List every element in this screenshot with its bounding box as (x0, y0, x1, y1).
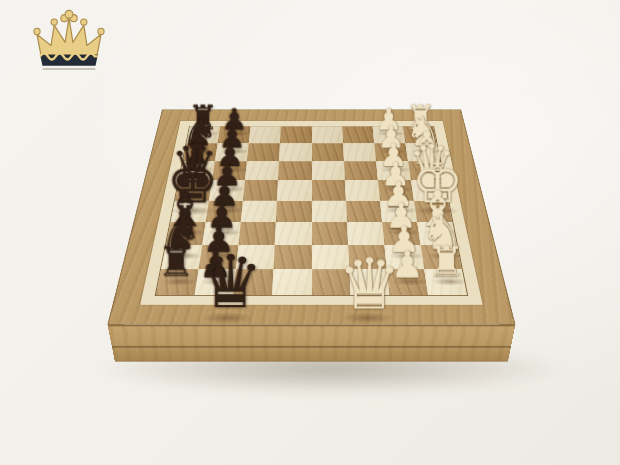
piece-white-rook-h1[interactable]: ♜ (422, 241, 471, 282)
spare-queen-black[interactable]: ♛ (198, 246, 250, 319)
spare-queen-white[interactable]: ♛ (338, 248, 390, 318)
product-photo-background: ♜♟♟♜♞♟♟♞♝♟♟♝♛♟♟♛♚♟♟♚♝♟♟♝♞♟♟♞♜♟♟♜♛♛ (0, 0, 620, 465)
chess-board: ♜♟♟♜♞♟♟♞♝♟♟♝♛♟♟♛♚♟♟♚♝♟♟♝♞♟♟♞♜♟♟♜♛♛ (107, 110, 515, 325)
board-surface: ♜♟♟♜♞♟♟♞♝♟♟♝♛♟♟♛♚♟♟♚♝♟♟♝♞♟♟♞♜♟♟♜♛♛ (107, 110, 515, 325)
scene: ♜♟♟♜♞♟♟♞♝♟♟♝♛♟♟♛♚♟♟♚♝♟♟♝♞♟♟♞♜♟♟♜♛♛ (0, 0, 620, 465)
box-front-side (107, 325, 515, 362)
